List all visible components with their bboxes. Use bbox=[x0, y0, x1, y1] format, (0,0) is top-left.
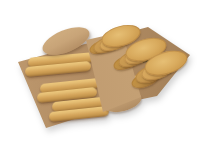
product-photo bbox=[0, 0, 210, 158]
spoon-package bbox=[0, 0, 210, 158]
